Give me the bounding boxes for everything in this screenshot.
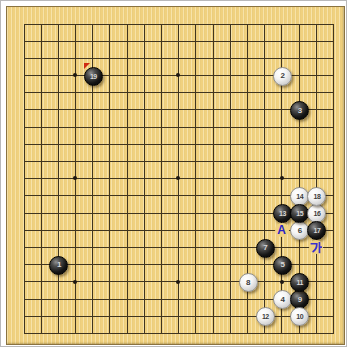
grid-cell [316,75,333,92]
grid-cell [41,178,58,195]
grid-cell [247,213,264,230]
grid-cell [109,281,126,298]
grid-cell [92,144,109,161]
grid-cell [41,41,58,58]
grid-cell [109,213,126,230]
grid-cell [161,92,178,109]
grid-cell [161,75,178,92]
move-number: 18 [313,193,320,200]
grid-cell [264,178,281,195]
grid-cell [92,213,109,230]
grid-cell [109,178,126,195]
grid-cell [127,24,144,41]
grid-cell [178,247,195,264]
grid-cell [24,109,41,126]
grid-cell [178,161,195,178]
grid-cell [213,24,230,41]
grid-cell [24,247,41,264]
grid-cell [92,127,109,144]
grid-cell [58,58,75,75]
grid-cell [195,75,212,92]
grid-cell [281,144,298,161]
grid-cell [299,127,316,144]
grid-cell [299,75,316,92]
grid-cell [178,230,195,247]
move-number: 12 [262,313,269,320]
grid-cell [230,230,247,247]
grid-cell [92,24,109,41]
grid-cell [127,92,144,109]
grid-cell [161,213,178,230]
grid-cell [92,247,109,264]
grid-cell [109,161,126,178]
diagram-frame: 12345678910111213141516171819A [0,0,347,347]
grid-cell [281,41,298,58]
grid-cell [161,264,178,281]
grid-cell [161,178,178,195]
move-number: 15 [296,210,303,217]
grid-cell [127,281,144,298]
grid-cell [213,109,230,126]
grid-cell [24,178,41,195]
grid-cell [144,144,161,161]
grid-cell [41,195,58,212]
grid-cell [41,58,58,75]
grid-cell [161,144,178,161]
grid-cell [41,144,58,161]
grid-cell [58,75,75,92]
grid-cell [213,127,230,144]
grid-cell [316,161,333,178]
grid-cell [41,75,58,92]
grid-cell [213,230,230,247]
grid-cell [230,24,247,41]
grid-cell [316,299,333,316]
grid-cell [230,178,247,195]
grid-cell [144,230,161,247]
grid-cell [144,264,161,281]
grid-cell [213,58,230,75]
grid-cell [230,247,247,264]
grid-cell [109,75,126,92]
grid-cell [316,109,333,126]
grid-cell [316,316,333,333]
grid-cell [109,316,126,333]
grid-cell [247,24,264,41]
grid-cell [178,299,195,316]
grid-cell [58,178,75,195]
grid-cell [127,230,144,247]
grid-cell [299,41,316,58]
grid-cell [92,178,109,195]
grid-cell [24,58,41,75]
grid-cell [161,247,178,264]
star-point [280,280,284,284]
grid-cell [127,195,144,212]
label-ga [309,240,323,254]
grid-cell [178,92,195,109]
grid-cell [24,195,41,212]
grid-cell [144,178,161,195]
grid-cell [41,24,58,41]
grid-cell [75,127,92,144]
grid-cell [213,264,230,281]
star-point [280,176,284,180]
grid-cell [144,195,161,212]
move-number: 4 [281,296,285,304]
grid-cell [58,213,75,230]
move-number: 7 [263,244,267,252]
grid-cell [127,41,144,58]
grid-cell [213,75,230,92]
stone-white-2: 2 [273,67,292,86]
grid-cell [144,213,161,230]
grid-cell [161,299,178,316]
grid-cell [58,127,75,144]
grid-cell [75,41,92,58]
move-number: 11 [296,279,302,286]
grid-cell [127,144,144,161]
grid-cell [109,41,126,58]
grid-cell [144,24,161,41]
grid-cell [144,58,161,75]
grid-cell [230,195,247,212]
label-A: A [275,223,289,237]
move-number: 10 [296,313,303,320]
grid-cell [247,41,264,58]
grid-cell [230,109,247,126]
grid-cell [24,264,41,281]
grid-cell [92,92,109,109]
grid-cell [230,41,247,58]
grid-cell [299,144,316,161]
grid-cell [281,161,298,178]
grid-cell [247,109,264,126]
grid-cell [144,41,161,58]
grid-cell [109,24,126,41]
grid-cell [264,24,281,41]
grid-cell [316,144,333,161]
move-number: 9 [298,296,302,304]
grid-cell [213,316,230,333]
grid-cell [316,92,333,109]
grid-cell [109,195,126,212]
grid-cell [127,109,144,126]
grid-cell [161,230,178,247]
grid-cell [75,178,92,195]
grid-cell [247,127,264,144]
grid-cell [58,109,75,126]
grid-cell [127,161,144,178]
grid-cell [58,92,75,109]
grid-cell [75,316,92,333]
move-number: 3 [298,107,302,115]
grid-cell [195,58,212,75]
grid-cell [213,161,230,178]
grid-cell [161,109,178,126]
grid-cell [109,109,126,126]
grid-cell [230,161,247,178]
grid-cell [75,195,92,212]
grid-cell [109,144,126,161]
star-point [176,280,180,284]
stone-white-8: 8 [239,273,258,292]
grid-cell [24,127,41,144]
grid-cell [41,230,58,247]
grid-cell [144,92,161,109]
grid-cell [230,58,247,75]
label-A-text: A [277,224,286,236]
grid-cell [195,109,212,126]
grid-cell [161,127,178,144]
grid-cell [178,316,195,333]
last-move-triangle-marker [84,63,90,69]
grid-cell [247,195,264,212]
grid-cell [213,92,230,109]
grid-cell [264,92,281,109]
grid-cell [24,161,41,178]
grid-cell [127,75,144,92]
grid-cell [144,316,161,333]
grid-cell [144,109,161,126]
grid-cell [127,316,144,333]
grid-cell [58,41,75,58]
grid-cell [178,264,195,281]
grid-cell [316,58,333,75]
move-number: 2 [281,72,285,80]
grid-cell [24,92,41,109]
grid-cell [92,109,109,126]
grid-cell [41,316,58,333]
grid-cell [109,58,126,75]
grid-cell [299,161,316,178]
grid-cell [195,230,212,247]
grid-cell [178,281,195,298]
grid-cell [75,92,92,109]
grid-cell [178,41,195,58]
grid-cell [144,281,161,298]
grid-cell [75,247,92,264]
grid-cell [195,247,212,264]
grid-cell [75,264,92,281]
grid-cell [161,316,178,333]
grid-cell [264,161,281,178]
grid-cell [144,75,161,92]
move-number: 17 [313,227,320,234]
grid-cell [92,299,109,316]
grid-cell [92,195,109,212]
grid-cell [195,24,212,41]
grid-cell [230,127,247,144]
grid-cell [316,281,333,298]
grid-cell [41,109,58,126]
grid-cell [195,178,212,195]
grid-cell [92,230,109,247]
grid-cell [24,24,41,41]
grid-cell [178,195,195,212]
grid-cell [109,247,126,264]
move-number: 16 [313,210,320,217]
grid-cell [195,281,212,298]
grid-cell [24,230,41,247]
grid-cell [195,299,212,316]
grid-cell [161,41,178,58]
grid-cell [316,127,333,144]
grid-cell [178,144,195,161]
grid-cell [230,316,247,333]
grid-cell [230,75,247,92]
move-number: 1 [57,261,61,269]
grid-cell [75,109,92,126]
grid-cell [161,195,178,212]
stone-black-7: 7 [256,239,275,258]
grid-cell [213,144,230,161]
hangul-ga-glyph [309,241,322,254]
grid-cell [178,75,195,92]
grid-cell [161,24,178,41]
grid-cell [178,109,195,126]
grid-cell [195,41,212,58]
go-board[interactable]: 12345678910111213141516171819A [6,6,345,345]
grid-cell [299,24,316,41]
grid-cell [230,144,247,161]
stone-black-19: 19 [84,67,103,86]
grid-cell [75,24,92,41]
grid-cell [213,41,230,58]
grid-cell [195,92,212,109]
grid-cell [58,161,75,178]
grid-cell [195,264,212,281]
grid-cell [213,195,230,212]
grid-cell [92,161,109,178]
grid-cell [178,127,195,144]
grid-cell [144,299,161,316]
grid-cell [247,144,264,161]
grid-cell [230,299,247,316]
move-number: 19 [90,73,97,80]
grid-cell [127,127,144,144]
grid-cell [92,316,109,333]
grid-cell [299,58,316,75]
grid-cell [92,264,109,281]
grid-cell [75,230,92,247]
grid-cell [230,92,247,109]
grid-cell [58,316,75,333]
stone-black-5: 5 [273,256,292,275]
grid-cell [58,281,75,298]
grid-cell [127,58,144,75]
grid-cell [109,230,126,247]
grid-cell [24,75,41,92]
grid-cell [41,281,58,298]
grid-cell [213,247,230,264]
grid-cell [75,213,92,230]
grid-cell [247,58,264,75]
grid-cell [24,316,41,333]
grid-cell [75,161,92,178]
grid-cell [58,144,75,161]
grid-cell [213,178,230,195]
grid-cell [247,75,264,92]
grid-cell [178,58,195,75]
grid-cell [247,161,264,178]
grid-cell [41,161,58,178]
move-number: 6 [298,227,302,235]
grid-cell [58,195,75,212]
grid-cell [264,109,281,126]
grid-cell [58,299,75,316]
grid-cell [24,144,41,161]
grid-cell [75,299,92,316]
grid-cell [316,41,333,58]
move-number: 14 [296,193,303,200]
grid-cell [195,127,212,144]
grid-cell [75,144,92,161]
grid-cell [178,213,195,230]
grid-cell [127,264,144,281]
grid-cell [24,213,41,230]
grid-cell [247,92,264,109]
grid-cell [195,144,212,161]
grid-cell [178,178,195,195]
move-number: 8 [246,279,250,287]
grid-cell [247,178,264,195]
grid-cell [109,127,126,144]
grid-cell [213,213,230,230]
grid-cell [316,24,333,41]
grid-cell [161,58,178,75]
grid-cell [178,24,195,41]
star-point [73,280,77,284]
grid-cell [24,299,41,316]
grid-cell [264,41,281,58]
grid-cell [230,213,247,230]
grid-cell [41,213,58,230]
grid-cell [127,213,144,230]
grid-cell [92,281,109,298]
grid-cell [264,127,281,144]
grid-cell [41,127,58,144]
grid-cell [58,24,75,41]
grid-cell [127,247,144,264]
grid-cell [127,178,144,195]
grid-cell [213,281,230,298]
grid-cell [58,230,75,247]
grid-cell [24,281,41,298]
grid-cell [281,24,298,41]
grid-cell [41,299,58,316]
grid-cell [75,281,92,298]
grid-cell [92,41,109,58]
grid-cell [144,247,161,264]
grid-cell [144,161,161,178]
grid-cell [316,264,333,281]
grid-cell [195,161,212,178]
grid-cell [109,299,126,316]
grid-cell [127,299,144,316]
grid-cell [109,92,126,109]
grid-cell [24,41,41,58]
grid-cell [195,213,212,230]
grid-cell [161,281,178,298]
grid-cell [281,127,298,144]
grid-cell [195,316,212,333]
grid-cell [264,144,281,161]
move-number: 5 [281,261,285,269]
grid-cell [195,195,212,212]
grid-cell [213,299,230,316]
grid-cell [41,92,58,109]
